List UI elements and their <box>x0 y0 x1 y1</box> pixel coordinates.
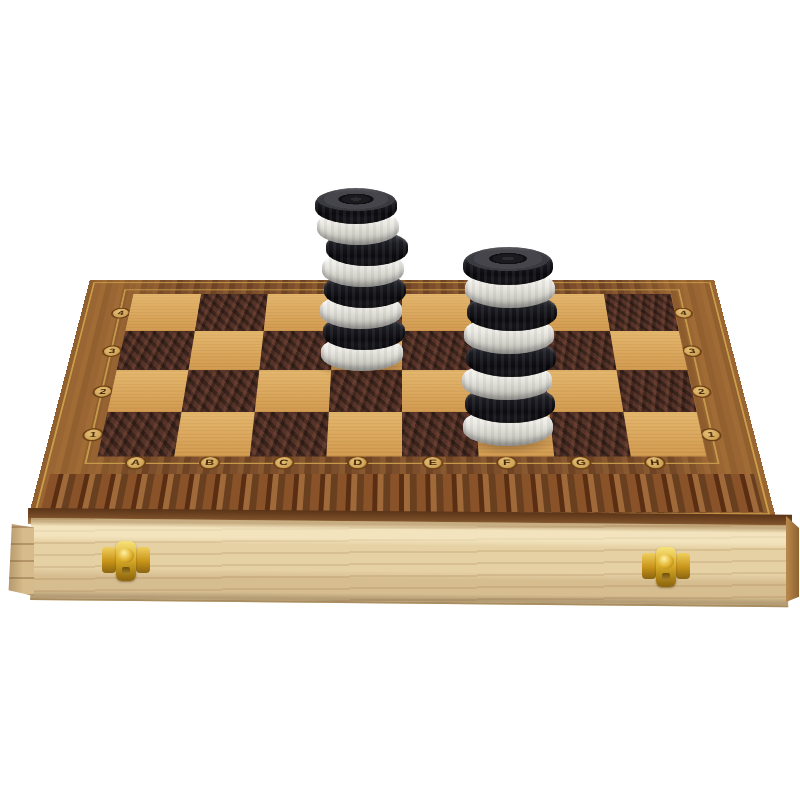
file-label-f: F <box>496 456 518 470</box>
rosewood-front-band <box>41 474 764 512</box>
board-margin-wood: 4 3 2 1 4 3 2 1 A B C D E F G H <box>28 280 776 518</box>
chessboard-lid: 4 3 2 1 4 3 2 1 A B C D E F G H <box>28 280 776 518</box>
square-h3 <box>610 331 688 370</box>
square-h1 <box>623 412 706 457</box>
file-label-a: A <box>124 456 148 470</box>
clasp-wing-icon <box>676 553 690 579</box>
square-g2 <box>545 370 623 412</box>
clasp-wing-icon <box>136 547 150 573</box>
black-checker-d3 <box>315 188 397 224</box>
square-h2 <box>616 370 697 412</box>
clasp-wing-icon <box>642 553 656 579</box>
square-b1 <box>174 412 255 457</box>
square-a2 <box>107 370 188 412</box>
square-g1 <box>549 412 630 457</box>
file-label-e: E <box>422 456 443 470</box>
square-b3 <box>188 331 264 370</box>
square-a3 <box>117 331 195 370</box>
file-label-g: G <box>569 456 592 470</box>
rank-label-right-3: 3 <box>681 345 703 357</box>
file-label-c: C <box>273 456 295 470</box>
rank-label-right-2: 2 <box>690 386 713 398</box>
black-checker-f2 <box>463 247 553 285</box>
brass-clasp-right <box>642 546 690 588</box>
clasp-hole-icon <box>662 573 670 580</box>
brass-clasp-left <box>102 540 150 582</box>
square-a4 <box>125 294 200 331</box>
square-h4 <box>603 294 678 331</box>
clasp-knob-icon <box>658 554 674 569</box>
checker-stack-d3 <box>320 187 402 371</box>
checker-stack-f2 <box>463 246 553 446</box>
box-right-end <box>786 516 799 602</box>
square-a1 <box>98 412 181 457</box>
board-grid <box>98 294 707 456</box>
square-b2 <box>181 370 259 412</box>
square-b4 <box>194 294 267 331</box>
clasp-knob-icon <box>118 548 134 563</box>
clasp-hole-icon <box>122 567 130 574</box>
file-label-h: H <box>643 456 667 470</box>
square-c1 <box>250 412 329 457</box>
square-c2 <box>255 370 331 412</box>
file-label-b: B <box>198 456 221 470</box>
file-label-d: D <box>347 456 369 470</box>
clasp-wing-icon <box>102 547 116 573</box>
box-finger-joints-left <box>7 524 34 596</box>
product-photo-scene: 4 3 2 1 4 3 2 1 A B C D E F G H <box>0 0 800 800</box>
rank-label-right-4: 4 <box>673 308 694 319</box>
square-e4 <box>402 294 471 331</box>
square-d1 <box>326 412 402 457</box>
